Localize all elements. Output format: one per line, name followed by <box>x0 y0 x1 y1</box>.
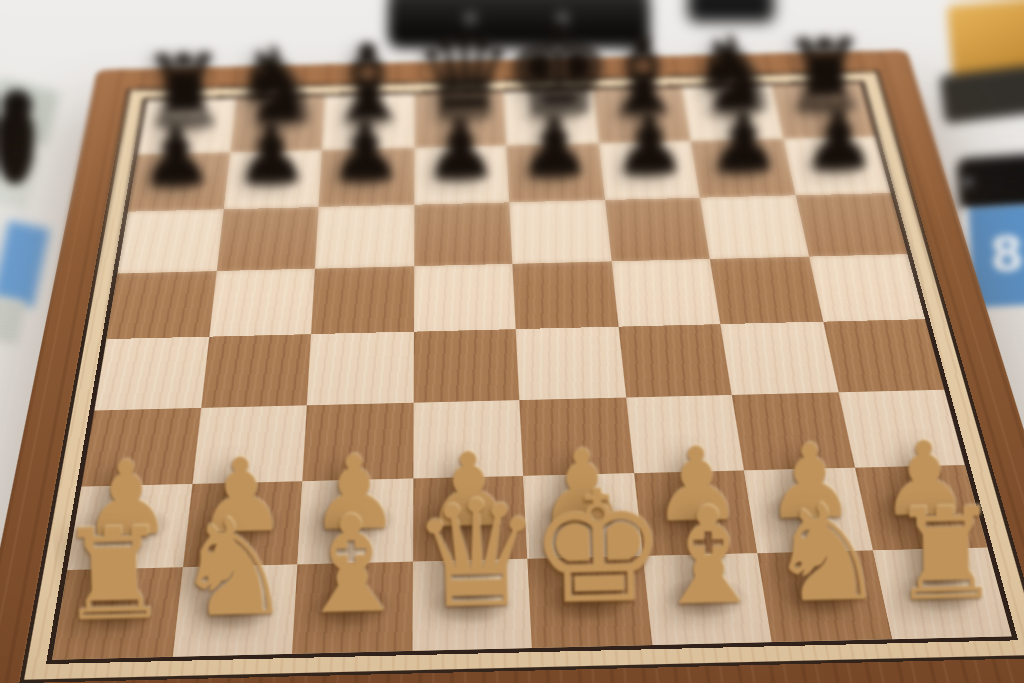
square-h6[interactable] <box>795 193 907 256</box>
piece-white-bishop[interactable]: ♝ <box>290 497 412 633</box>
piece-black-pawn[interactable]: ♟ <box>790 98 887 182</box>
square-f5[interactable] <box>611 259 720 327</box>
chess-board: ♜♞♝♛♚♝♞♜♟♟♟♟♟♟♟♟♟♟♟♟♟♟♟♟♜♞♝♛♚♝♞♜ <box>0 50 1024 683</box>
square-e1[interactable]: ♚ <box>527 556 651 648</box>
square-b1[interactable]: ♞ <box>172 564 297 657</box>
square-f4[interactable] <box>618 324 732 397</box>
square-a5[interactable] <box>106 271 216 339</box>
piece-black-pawn[interactable]: ♟ <box>696 100 793 184</box>
square-f1[interactable]: ♝ <box>642 553 771 645</box>
square-h7[interactable]: ♟ <box>783 136 891 195</box>
square-a7[interactable]: ♟ <box>128 152 230 212</box>
square-g6[interactable] <box>700 195 809 258</box>
square-h4[interactable] <box>823 319 944 392</box>
square-b6[interactable] <box>216 207 318 271</box>
board-perspective: ♜♞♝♛♚♝♞♜♟♟♟♟♟♟♟♟♟♟♟♟♟♟♟♟♜♞♝♛♚♝♞♜ <box>0 0 1024 683</box>
square-c7[interactable]: ♟ <box>319 148 415 207</box>
board-grid: ♜♞♝♛♚♝♞♜♟♟♟♟♟♟♟♟♟♟♟♟♟♟♟♟♜♞♝♛♚♝♞♜ <box>46 81 1018 664</box>
piece-black-pawn[interactable]: ♟ <box>507 105 604 189</box>
piece-white-knight[interactable]: ♞ <box>171 500 293 636</box>
square-f7[interactable]: ♟ <box>599 141 700 200</box>
square-c5[interactable] <box>311 266 414 334</box>
square-c6[interactable] <box>315 205 414 269</box>
piece-black-pawn[interactable]: ♟ <box>317 109 414 193</box>
piece-black-pawn[interactable]: ♟ <box>412 107 509 191</box>
square-d4[interactable] <box>413 329 519 402</box>
square-a4[interactable] <box>94 337 208 410</box>
square-g4[interactable] <box>720 322 838 395</box>
square-g7[interactable]: ♟ <box>691 139 796 198</box>
square-h1[interactable]: ♜ <box>872 547 1011 639</box>
square-d6[interactable] <box>414 202 513 266</box>
piece-white-rook[interactable]: ♜ <box>53 510 175 638</box>
square-g1[interactable]: ♞ <box>757 550 891 642</box>
square-e7[interactable]: ♟ <box>506 143 604 202</box>
square-e4[interactable] <box>516 327 626 400</box>
square-f6[interactable] <box>605 198 710 261</box>
square-g5[interactable] <box>710 256 823 324</box>
piece-black-pawn[interactable]: ♟ <box>128 114 225 198</box>
square-e5[interactable] <box>512 261 618 329</box>
square-b7[interactable]: ♟ <box>223 150 322 210</box>
piece-black-pawn[interactable]: ♟ <box>223 111 320 195</box>
piece-white-queen[interactable]: ♛ <box>409 480 531 629</box>
square-d7[interactable]: ♟ <box>414 145 509 204</box>
piece-white-king[interactable]: ♚ <box>527 470 650 627</box>
square-c1[interactable]: ♝ <box>292 561 412 654</box>
square-b4[interactable] <box>201 334 311 407</box>
square-a1[interactable]: ♜ <box>52 567 182 660</box>
piece-white-knight[interactable]: ♞ <box>765 485 887 621</box>
square-e6[interactable] <box>509 200 611 263</box>
piece-white-bishop[interactable]: ♝ <box>646 488 768 624</box>
piece-white-rook[interactable]: ♜ <box>884 490 1006 618</box>
square-c4[interactable] <box>307 332 414 405</box>
board-maple-ring: ♜♞♝♛♚♝♞♜♟♟♟♟♟♟♟♟♟♟♟♟♟♟♟♟♜♞♝♛♚♝♞♜ <box>19 70 1024 683</box>
square-d5[interactable] <box>413 264 515 332</box>
square-d1[interactable]: ♛ <box>412 558 532 650</box>
square-h5[interactable] <box>808 254 925 322</box>
piece-black-pawn[interactable]: ♟ <box>601 102 698 186</box>
square-a6[interactable] <box>118 209 224 273</box>
scene: 8 ♜♞♝♛♚♝♞♜♟♟♟♟♟♟♟♟♟♟♟♟♟♟♟♟♜♞♝♛♚♝♞♜ <box>0 0 1024 683</box>
square-b5[interactable] <box>209 268 315 336</box>
